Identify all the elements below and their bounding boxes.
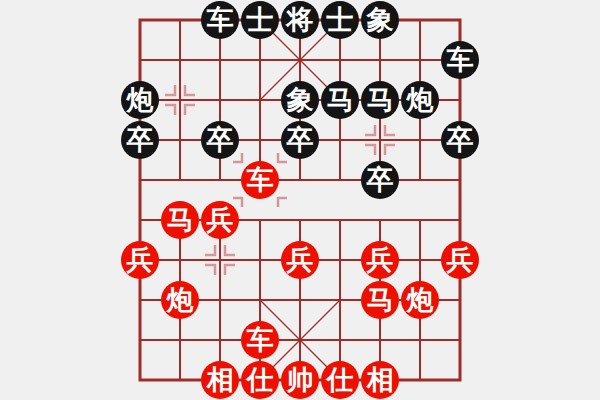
- piece-red-pawn[interactable]: 兵: [361, 241, 399, 279]
- piece-red-pawn[interactable]: 兵: [121, 241, 159, 279]
- piece-red-horse[interactable]: 马: [361, 281, 399, 319]
- piece-red-advisor[interactable]: 仕: [241, 361, 279, 399]
- piece-black-pawn[interactable]: 卒: [441, 121, 479, 159]
- xiangqi-screen: 车士将士象车炮象马马炮卒卒卒卒卒车马兵兵兵兵兵炮马炮车相仕帅仕相: [0, 0, 600, 400]
- piece-red-general[interactable]: 帅: [281, 361, 319, 399]
- piece-black-pawn[interactable]: 卒: [121, 121, 159, 159]
- piece-red-elephant[interactable]: 相: [361, 361, 399, 399]
- piece-red-cannon[interactable]: 炮: [161, 281, 199, 319]
- piece-black-rook[interactable]: 车: [441, 41, 479, 79]
- piece-black-elephant[interactable]: 象: [281, 81, 319, 119]
- piece-red-pawn[interactable]: 兵: [201, 201, 239, 239]
- piece-red-rook[interactable]: 车: [241, 161, 279, 199]
- piece-black-elephant[interactable]: 象: [361, 1, 399, 39]
- piece-red-pawn[interactable]: 兵: [441, 241, 479, 279]
- board-pieces: 车士将士象车炮象马马炮卒卒卒卒卒车马兵兵兵兵兵炮马炮车相仕帅仕相: [120, 0, 480, 400]
- piece-black-pawn[interactable]: 卒: [361, 161, 399, 199]
- piece-black-advisor[interactable]: 士: [321, 1, 359, 39]
- piece-black-general[interactable]: 将: [281, 1, 319, 39]
- piece-red-pawn[interactable]: 兵: [281, 241, 319, 279]
- piece-red-advisor[interactable]: 仕: [321, 361, 359, 399]
- piece-black-cannon[interactable]: 炮: [121, 81, 159, 119]
- piece-red-rook[interactable]: 车: [241, 321, 279, 359]
- piece-red-elephant[interactable]: 相: [201, 361, 239, 399]
- piece-black-advisor[interactable]: 士: [241, 1, 279, 39]
- piece-red-horse[interactable]: 马: [161, 201, 199, 239]
- piece-black-cannon[interactable]: 炮: [401, 81, 439, 119]
- piece-black-horse[interactable]: 马: [361, 81, 399, 119]
- piece-black-horse[interactable]: 马: [321, 81, 359, 119]
- piece-red-cannon[interactable]: 炮: [401, 281, 439, 319]
- piece-black-pawn[interactable]: 卒: [281, 121, 319, 159]
- piece-black-pawn[interactable]: 卒: [201, 121, 239, 159]
- piece-black-rook[interactable]: 车: [201, 1, 239, 39]
